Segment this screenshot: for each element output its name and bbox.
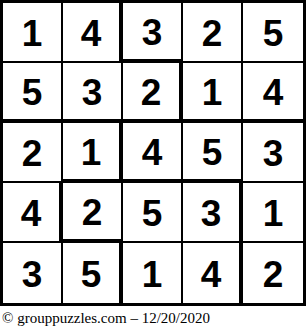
cell-r5c5: 2 <box>243 243 303 303</box>
cell-r3c5: 3 <box>243 123 303 183</box>
puzzle-page: 1432553214214534253135142 © grouppuzzles… <box>0 0 308 329</box>
cell-r1c5: 5 <box>243 3 303 63</box>
cell-r4c3: 5 <box>123 183 183 243</box>
cell-r4c5: 1 <box>243 183 303 243</box>
cell-r2c3: 2 <box>123 63 183 123</box>
cell-r5c4: 4 <box>183 243 243 303</box>
cell-r1c3: 3 <box>123 3 183 63</box>
cell-r5c2: 5 <box>63 243 123 303</box>
cell-r3c3: 4 <box>123 123 183 183</box>
cell-r1c1: 1 <box>3 3 63 63</box>
copyright-line: © grouppuzzles.com – 12/20/2020 <box>0 306 308 327</box>
cell-r5c3: 1 <box>123 243 183 303</box>
cell-r4c2: 2 <box>63 183 123 243</box>
cell-r4c4: 3 <box>183 183 243 243</box>
cell-r2c2: 3 <box>63 63 123 123</box>
cell-r4c1: 4 <box>3 183 63 243</box>
cell-r1c2: 4 <box>63 3 123 63</box>
cell-r2c5: 4 <box>243 63 303 123</box>
cell-r5c1: 3 <box>3 243 63 303</box>
cell-r2c1: 5 <box>3 63 63 123</box>
cell-r3c2: 1 <box>63 123 123 183</box>
cell-r2c4: 1 <box>183 63 243 123</box>
sudoku-board: 1432553214214534253135142 <box>0 0 306 306</box>
cell-r1c4: 2 <box>183 3 243 63</box>
cell-r3c1: 2 <box>3 123 63 183</box>
cell-r3c4: 5 <box>183 123 243 183</box>
